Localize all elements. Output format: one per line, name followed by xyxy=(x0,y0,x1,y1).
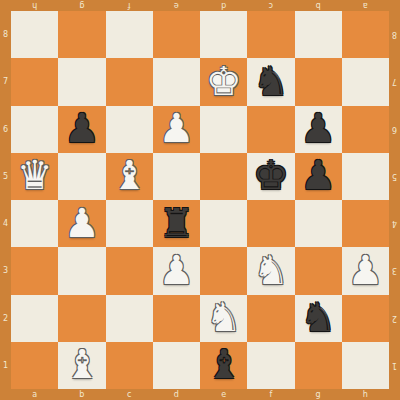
file-bottom-label-f: f xyxy=(247,389,294,400)
rank-right-label-7: 7 xyxy=(389,58,400,105)
rank-left-label-6: 6 xyxy=(0,106,11,153)
rank-labels-right: 87654321 xyxy=(389,11,400,389)
square-h7[interactable] xyxy=(342,58,389,105)
piece-black-king-f5[interactable]: ♚ xyxy=(253,155,289,195)
square-d6[interactable]: ♟ xyxy=(153,106,200,153)
square-a3[interactable] xyxy=(11,247,58,294)
rank-left-label-2: 2 xyxy=(0,295,11,342)
board-frame: abcdefgh abcdefgh 87654321 87654321 ♚♞♟♟… xyxy=(0,0,400,400)
rank-left-label-5: 5 xyxy=(0,153,11,200)
square-f5[interactable]: ♚ xyxy=(247,153,294,200)
square-h3[interactable]: ♟ xyxy=(342,247,389,294)
file-bottom-label-a: a xyxy=(11,389,58,400)
rank-left-label-1: 1 xyxy=(0,342,11,389)
square-a8[interactable] xyxy=(11,11,58,58)
rank-left-label-4: 4 xyxy=(0,200,11,247)
square-g4[interactable] xyxy=(295,200,342,247)
piece-white-king-e7[interactable]: ♚ xyxy=(206,61,242,101)
file-bottom-label-h: h xyxy=(342,389,389,400)
square-b4[interactable]: ♟ xyxy=(58,200,105,247)
square-e5[interactable] xyxy=(200,153,247,200)
rank-left-label-8: 8 xyxy=(0,11,11,58)
piece-black-bishop-e1[interactable]: ♝ xyxy=(206,344,242,384)
piece-white-pawn-h3[interactable]: ♟ xyxy=(347,250,383,290)
rank-right-label-6: 6 xyxy=(389,106,400,153)
square-c3[interactable] xyxy=(106,247,153,294)
rank-right-label-8: 8 xyxy=(389,11,400,58)
square-d7[interactable] xyxy=(153,58,200,105)
square-b5[interactable] xyxy=(58,153,105,200)
file-bottom-label-e: e xyxy=(200,389,247,400)
rank-right-label-1: 1 xyxy=(389,342,400,389)
square-f8[interactable] xyxy=(247,11,294,58)
rank-left-label-7: 7 xyxy=(0,58,11,105)
piece-black-pawn-b6[interactable]: ♟ xyxy=(64,108,100,148)
square-b6[interactable]: ♟ xyxy=(58,106,105,153)
piece-white-pawn-d3[interactable]: ♟ xyxy=(158,250,194,290)
square-g6[interactable]: ♟ xyxy=(295,106,342,153)
square-d8[interactable] xyxy=(153,11,200,58)
square-a5[interactable]: ♛ xyxy=(11,153,58,200)
square-d2[interactable] xyxy=(153,295,200,342)
square-h1[interactable] xyxy=(342,342,389,389)
square-c8[interactable] xyxy=(106,11,153,58)
file-bottom-label-b: b xyxy=(58,389,105,400)
file-top-label-e: e xyxy=(153,0,200,11)
square-c4[interactable] xyxy=(106,200,153,247)
rank-right-label-5: 5 xyxy=(389,153,400,200)
square-h4[interactable] xyxy=(342,200,389,247)
square-c1[interactable] xyxy=(106,342,153,389)
piece-white-pawn-d6[interactable]: ♟ xyxy=(158,108,194,148)
square-d1[interactable] xyxy=(153,342,200,389)
file-bottom-label-c: c xyxy=(106,389,153,400)
square-f4[interactable] xyxy=(247,200,294,247)
square-c5[interactable]: ♝ xyxy=(106,153,153,200)
piece-white-queen-a5[interactable]: ♛ xyxy=(17,155,53,195)
square-e6[interactable] xyxy=(200,106,247,153)
square-e8[interactable] xyxy=(200,11,247,58)
file-top-label-c: c xyxy=(247,0,294,11)
square-c6[interactable] xyxy=(106,106,153,153)
piece-black-pawn-g5[interactable]: ♟ xyxy=(300,155,336,195)
square-h5[interactable] xyxy=(342,153,389,200)
piece-black-knight-g2[interactable]: ♞ xyxy=(300,297,336,337)
square-e4[interactable] xyxy=(200,200,247,247)
rank-labels-left: 87654321 xyxy=(0,11,11,389)
square-b3[interactable] xyxy=(58,247,105,294)
square-b2[interactable] xyxy=(58,295,105,342)
square-a4[interactable] xyxy=(11,200,58,247)
square-f6[interactable] xyxy=(247,106,294,153)
file-bottom-label-d: d xyxy=(153,389,200,400)
square-g7[interactable] xyxy=(295,58,342,105)
file-top-label-a: a xyxy=(342,0,389,11)
square-a1[interactable] xyxy=(11,342,58,389)
file-labels-top: abcdefgh xyxy=(11,0,389,11)
square-g1[interactable] xyxy=(295,342,342,389)
file-top-label-g: g xyxy=(58,0,105,11)
piece-black-knight-f7[interactable]: ♞ xyxy=(253,61,289,101)
rank-left-label-3: 3 xyxy=(0,247,11,294)
square-f1[interactable] xyxy=(247,342,294,389)
square-e3[interactable] xyxy=(200,247,247,294)
square-f7[interactable]: ♞ xyxy=(247,58,294,105)
square-h8[interactable] xyxy=(342,11,389,58)
chess-board: ♚♞♟♟♟♛♝♚♟♟♜♟♞♟♞♞♝♝ xyxy=(11,11,389,389)
piece-black-pawn-g6[interactable]: ♟ xyxy=(300,108,336,148)
rank-right-label-4: 4 xyxy=(389,200,400,247)
square-f3[interactable]: ♞ xyxy=(247,247,294,294)
square-d5[interactable] xyxy=(153,153,200,200)
piece-white-bishop-c5[interactable]: ♝ xyxy=(111,155,147,195)
piece-black-rook-d4[interactable]: ♜ xyxy=(158,203,194,243)
piece-white-pawn-b4[interactable]: ♟ xyxy=(64,203,100,243)
square-a2[interactable] xyxy=(11,295,58,342)
file-labels-bottom: abcdefgh xyxy=(11,389,389,400)
square-c7[interactable] xyxy=(106,58,153,105)
square-b8[interactable] xyxy=(58,11,105,58)
file-top-label-b: b xyxy=(295,0,342,11)
square-g2[interactable]: ♞ xyxy=(295,295,342,342)
square-e7[interactable]: ♚ xyxy=(200,58,247,105)
piece-white-knight-e2[interactable]: ♞ xyxy=(206,297,242,337)
square-h6[interactable] xyxy=(342,106,389,153)
square-a6[interactable] xyxy=(11,106,58,153)
rank-right-label-2: 2 xyxy=(389,295,400,342)
file-top-label-h: h xyxy=(11,0,58,11)
square-e2[interactable]: ♞ xyxy=(200,295,247,342)
piece-white-knight-f3[interactable]: ♞ xyxy=(253,250,289,290)
square-f2[interactable] xyxy=(247,295,294,342)
square-d4[interactable]: ♜ xyxy=(153,200,200,247)
square-h2[interactable] xyxy=(342,295,389,342)
square-g3[interactable] xyxy=(295,247,342,294)
square-a7[interactable] xyxy=(11,58,58,105)
rank-right-label-3: 3 xyxy=(389,247,400,294)
square-e1[interactable]: ♝ xyxy=(200,342,247,389)
file-top-label-f: f xyxy=(106,0,153,11)
file-top-label-d: d xyxy=(200,0,247,11)
square-b1[interactable]: ♝ xyxy=(58,342,105,389)
square-d3[interactable]: ♟ xyxy=(153,247,200,294)
file-bottom-label-g: g xyxy=(295,389,342,400)
piece-white-bishop-b1[interactable]: ♝ xyxy=(64,344,100,384)
square-g8[interactable] xyxy=(295,11,342,58)
square-b7[interactable] xyxy=(58,58,105,105)
square-g5[interactable]: ♟ xyxy=(295,153,342,200)
square-c2[interactable] xyxy=(106,295,153,342)
